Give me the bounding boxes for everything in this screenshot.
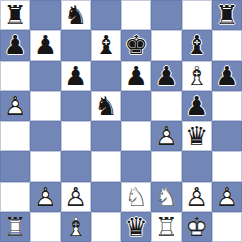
- rook-outline-glyph: ♖: [0, 212, 30, 242]
- bishop-outline-glyph: ♗: [61, 212, 91, 242]
- square-g7[interactable]: ♝: [182, 30, 212, 60]
- square-f6[interactable]: ♟: [151, 61, 181, 91]
- square-c1[interactable]: ♝♗: [61, 212, 91, 242]
- square-f8[interactable]: [151, 0, 181, 30]
- square-d1[interactable]: [91, 212, 121, 242]
- black-bishop[interactable]: ♝: [182, 30, 212, 60]
- black-rook[interactable]: ♜: [0, 0, 30, 30]
- square-g8[interactable]: [182, 0, 212, 30]
- square-b7[interactable]: ♟: [30, 30, 60, 60]
- pawn-outline-glyph: ♙: [212, 182, 242, 212]
- square-g6[interactable]: ♝♗: [182, 61, 212, 91]
- pawn-outline-glyph: ♙: [30, 182, 60, 212]
- square-h6[interactable]: ♟: [212, 61, 242, 91]
- square-d7[interactable]: ♝: [91, 30, 121, 60]
- square-c3[interactable]: [61, 151, 91, 181]
- square-b5[interactable]: [30, 91, 60, 121]
- black-queen[interactable]: ♛: [121, 212, 151, 242]
- square-e6[interactable]: ♟: [121, 61, 151, 91]
- square-b4[interactable]: [30, 121, 60, 151]
- white-knight[interactable]: ♞♘: [121, 182, 151, 212]
- white-knight[interactable]: ♞♘: [151, 182, 181, 212]
- rook-glyph: ♜: [212, 0, 242, 30]
- knight-glyph: ♞: [61, 0, 91, 30]
- square-h5[interactable]: [212, 91, 242, 121]
- square-c8[interactable]: ♞: [61, 0, 91, 30]
- square-g3[interactable]: [182, 151, 212, 181]
- white-pawn[interactable]: ♟♙: [182, 182, 212, 212]
- king-outline-glyph: ♔: [182, 212, 212, 242]
- square-e1[interactable]: ♛: [121, 212, 151, 242]
- knight-outline-glyph: ♘: [151, 182, 181, 212]
- knight-outline-glyph: ♘: [121, 182, 151, 212]
- square-b1[interactable]: [30, 212, 60, 242]
- black-pawn[interactable]: ♟: [121, 61, 151, 91]
- square-d5[interactable]: ♞: [91, 91, 121, 121]
- square-h4[interactable]: [212, 121, 242, 151]
- square-e5[interactable]: [121, 91, 151, 121]
- rook-glyph: ♜: [0, 0, 30, 30]
- pawn-glyph: ♟: [212, 61, 242, 91]
- square-g2[interactable]: ♟♙: [182, 182, 212, 212]
- white-pawn[interactable]: ♟♙: [212, 182, 242, 212]
- black-rook[interactable]: ♜: [212, 0, 242, 30]
- square-g1[interactable]: ♚♔: [182, 212, 212, 242]
- square-e3[interactable]: [121, 151, 151, 181]
- square-h8[interactable]: ♜: [212, 0, 242, 30]
- pawn-outline-glyph: ♙: [151, 121, 181, 151]
- square-a4[interactable]: [0, 121, 30, 151]
- pawn-outline-glyph: ♙: [182, 182, 212, 212]
- black-queen[interactable]: ♛: [182, 121, 212, 151]
- square-c5[interactable]: [61, 91, 91, 121]
- square-f5[interactable]: [151, 91, 181, 121]
- square-h7[interactable]: [212, 30, 242, 60]
- black-pawn[interactable]: ♟: [0, 30, 30, 60]
- square-e2[interactable]: ♞♘: [121, 182, 151, 212]
- white-rook[interactable]: ♜♖: [151, 212, 181, 242]
- chess-board: ♜♞♜♟♟♝♚♝♟♟♟♝♗♟♟♙♞♟♟♙♛♟♙♟♙♞♘♞♘♟♙♟♙♜♖♝♗♛♜♖…: [0, 0, 242, 242]
- pawn-glyph: ♟: [121, 61, 151, 91]
- chess-board-container: ♜♞♜♟♟♝♚♝♟♟♟♝♗♟♟♙♞♟♟♙♛♟♙♟♙♞♘♞♘♟♙♟♙♜♖♝♗♛♜♖…: [0, 0, 242, 242]
- pawn-glyph: ♟: [151, 61, 181, 91]
- square-f2[interactable]: ♞♘: [151, 182, 181, 212]
- black-knight[interactable]: ♞: [91, 91, 121, 121]
- black-bishop[interactable]: ♝: [91, 30, 121, 60]
- pawn-glyph: ♟: [0, 30, 30, 60]
- queen-glyph: ♛: [182, 121, 212, 151]
- square-h1[interactable]: [212, 212, 242, 242]
- square-h3[interactable]: [212, 151, 242, 181]
- square-h2[interactable]: ♟♙: [212, 182, 242, 212]
- square-b3[interactable]: [30, 151, 60, 181]
- pawn-glyph: ♟: [30, 30, 60, 60]
- pawn-glyph: ♟: [61, 61, 91, 91]
- square-a8[interactable]: ♜: [0, 0, 30, 30]
- square-d3[interactable]: [91, 151, 121, 181]
- king-glyph: ♚: [121, 30, 151, 60]
- square-c4[interactable]: [61, 121, 91, 151]
- square-c2[interactable]: ♟♙: [61, 182, 91, 212]
- black-pawn[interactable]: ♟: [212, 61, 242, 91]
- white-pawn[interactable]: ♟♙: [151, 121, 181, 151]
- black-king[interactable]: ♚: [121, 30, 151, 60]
- square-a6[interactable]: [0, 61, 30, 91]
- square-a2[interactable]: [0, 182, 30, 212]
- square-g4[interactable]: ♛: [182, 121, 212, 151]
- square-f1[interactable]: ♜♖: [151, 212, 181, 242]
- black-knight[interactable]: ♞: [61, 0, 91, 30]
- rook-outline-glyph: ♖: [151, 212, 181, 242]
- square-g5[interactable]: ♟: [182, 91, 212, 121]
- square-a7[interactable]: ♟: [0, 30, 30, 60]
- square-a3[interactable]: [0, 151, 30, 181]
- square-c7[interactable]: [61, 30, 91, 60]
- square-c6[interactable]: ♟: [61, 61, 91, 91]
- square-f3[interactable]: [151, 151, 181, 181]
- white-pawn[interactable]: ♟♙: [61, 182, 91, 212]
- square-b2[interactable]: ♟♙: [30, 182, 60, 212]
- square-d8[interactable]: [91, 0, 121, 30]
- square-b8[interactable]: [30, 0, 60, 30]
- white-bishop[interactable]: ♝♗: [182, 61, 212, 91]
- square-e8[interactable]: [121, 0, 151, 30]
- square-d2[interactable]: [91, 182, 121, 212]
- square-a5[interactable]: ♟♙: [0, 91, 30, 121]
- queen-glyph: ♛: [121, 212, 151, 242]
- white-bishop[interactable]: ♝♗: [61, 212, 91, 242]
- pawn-outline-glyph: ♙: [0, 91, 30, 121]
- black-pawn[interactable]: ♟: [151, 61, 181, 91]
- square-e7[interactable]: ♚: [121, 30, 151, 60]
- square-e4[interactable]: [121, 121, 151, 151]
- black-pawn[interactable]: ♟: [61, 61, 91, 91]
- square-f4[interactable]: ♟♙: [151, 121, 181, 151]
- pawn-glyph: ♟: [182, 91, 212, 121]
- square-f7[interactable]: [151, 30, 181, 60]
- bishop-glyph: ♝: [91, 30, 121, 60]
- square-a1[interactable]: ♜♖: [0, 212, 30, 242]
- white-king[interactable]: ♚♔: [182, 212, 212, 242]
- white-rook[interactable]: ♜♖: [0, 212, 30, 242]
- white-pawn[interactable]: ♟♙: [0, 91, 30, 121]
- bishop-outline-glyph: ♗: [182, 61, 212, 91]
- knight-glyph: ♞: [91, 91, 121, 121]
- square-b6[interactable]: [30, 61, 60, 91]
- black-pawn[interactable]: ♟: [30, 30, 60, 60]
- black-pawn[interactable]: ♟: [182, 91, 212, 121]
- white-pawn[interactable]: ♟♙: [30, 182, 60, 212]
- square-d6[interactable]: [91, 61, 121, 91]
- bishop-glyph: ♝: [182, 30, 212, 60]
- square-d4[interactable]: [91, 121, 121, 151]
- pawn-outline-glyph: ♙: [61, 182, 91, 212]
